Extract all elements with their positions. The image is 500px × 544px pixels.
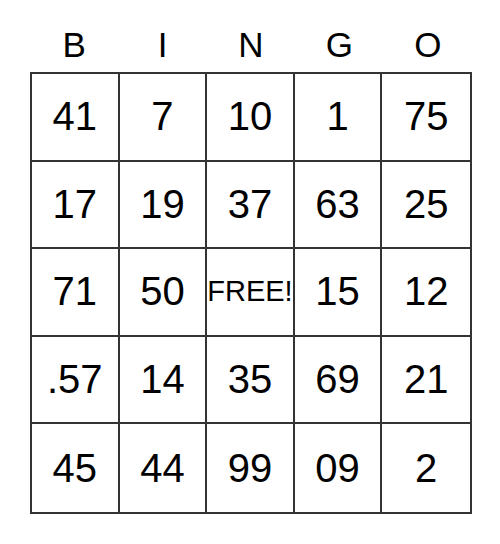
cell-r3c3[interactable]: 69 [295, 337, 383, 425]
cell-r1c4[interactable]: 25 [382, 162, 470, 250]
cell-r3c0[interactable]: .57 [32, 337, 120, 425]
cell-r2c0[interactable]: 71 [32, 249, 120, 337]
cell-r0c0[interactable]: 41 [32, 74, 120, 162]
cell-r4c4[interactable]: 2 [382, 424, 470, 512]
cell-r2c4[interactable]: 12 [382, 249, 470, 337]
bingo-grid: 41 7 10 1 75 17 19 37 63 25 71 50 FREE! … [30, 72, 472, 514]
header-letter-o: O [384, 24, 472, 66]
cell-r2c3[interactable]: 15 [295, 249, 383, 337]
header-letter-n: N [207, 24, 295, 66]
cell-r0c4[interactable]: 75 [382, 74, 470, 162]
cell-r3c4[interactable]: 21 [382, 337, 470, 425]
cell-r3c1[interactable]: 14 [120, 337, 208, 425]
cell-r4c3[interactable]: 09 [295, 424, 383, 512]
header-letter-g: G [295, 24, 383, 66]
header-letter-i: I [118, 24, 206, 66]
cell-r4c0[interactable]: 45 [32, 424, 120, 512]
cell-r4c1[interactable]: 44 [120, 424, 208, 512]
bingo-card: B I N G O 41 7 10 1 75 17 19 37 63 25 71… [0, 0, 500, 544]
cell-r1c3[interactable]: 63 [295, 162, 383, 250]
cell-r0c2[interactable]: 10 [207, 74, 295, 162]
cell-r4c2[interactable]: 99 [207, 424, 295, 512]
cell-r3c2[interactable]: 35 [207, 337, 295, 425]
free-cell[interactable]: FREE! [207, 249, 295, 337]
cell-r1c1[interactable]: 19 [120, 162, 208, 250]
cell-r1c0[interactable]: 17 [32, 162, 120, 250]
bingo-header: B I N G O [30, 24, 472, 66]
cell-r2c1[interactable]: 50 [120, 249, 208, 337]
header-letter-b: B [30, 24, 118, 66]
cell-r0c3[interactable]: 1 [295, 74, 383, 162]
cell-r1c2[interactable]: 37 [207, 162, 295, 250]
cell-r0c1[interactable]: 7 [120, 74, 208, 162]
